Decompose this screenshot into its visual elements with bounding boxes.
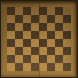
square-r5c2[interactable] bbox=[23, 47, 31, 55]
square-r4c6[interactable] bbox=[55, 39, 63, 47]
square-r5c4[interactable] bbox=[39, 47, 47, 55]
square-r7c6[interactable] bbox=[55, 63, 63, 71]
square-r3c1[interactable] bbox=[15, 31, 23, 39]
square-r5c5[interactable] bbox=[47, 47, 55, 55]
square-r1c5[interactable] bbox=[47, 15, 55, 23]
square-r0c0[interactable] bbox=[7, 7, 15, 15]
square-r2c7[interactable] bbox=[63, 23, 71, 31]
square-r2c3[interactable] bbox=[31, 23, 39, 31]
square-r7c3[interactable] bbox=[31, 63, 39, 71]
square-r4c4[interactable] bbox=[39, 39, 47, 47]
square-r3c7[interactable] bbox=[63, 31, 71, 39]
square-r3c5[interactable] bbox=[47, 31, 55, 39]
square-r3c3[interactable] bbox=[31, 31, 39, 39]
square-r2c6[interactable] bbox=[55, 23, 63, 31]
square-r7c5[interactable] bbox=[47, 63, 55, 71]
square-r6c0[interactable] bbox=[7, 55, 15, 63]
square-r7c4[interactable] bbox=[39, 63, 47, 71]
square-r0c3[interactable] bbox=[31, 7, 39, 15]
square-r1c0[interactable] bbox=[7, 15, 15, 23]
square-r1c6[interactable] bbox=[55, 15, 63, 23]
square-r2c1[interactable] bbox=[15, 23, 23, 31]
square-r0c7[interactable] bbox=[63, 7, 71, 15]
square-r5c6[interactable] bbox=[55, 47, 63, 55]
square-r4c0[interactable] bbox=[7, 39, 15, 47]
square-r6c6[interactable] bbox=[55, 55, 63, 63]
square-r0c2[interactable] bbox=[23, 7, 31, 15]
square-r7c2[interactable] bbox=[23, 63, 31, 71]
square-r6c4[interactable] bbox=[39, 55, 47, 63]
square-r1c3[interactable] bbox=[31, 15, 39, 23]
square-r7c0[interactable] bbox=[7, 63, 15, 71]
square-r5c3[interactable] bbox=[31, 47, 39, 55]
square-r4c7[interactable] bbox=[63, 39, 71, 47]
square-r4c1[interactable] bbox=[15, 39, 23, 47]
square-r7c1[interactable] bbox=[15, 63, 23, 71]
square-r5c0[interactable] bbox=[7, 47, 15, 55]
square-r0c5[interactable] bbox=[47, 7, 55, 15]
square-r3c2[interactable] bbox=[23, 31, 31, 39]
square-r2c4[interactable] bbox=[39, 23, 47, 31]
square-r1c2[interactable] bbox=[23, 15, 31, 23]
game-board bbox=[0, 0, 78, 78]
square-r6c2[interactable] bbox=[23, 55, 31, 63]
square-r1c7[interactable] bbox=[63, 15, 71, 23]
square-r0c6[interactable] bbox=[55, 7, 63, 15]
square-r2c0[interactable] bbox=[7, 23, 15, 31]
square-r2c2[interactable] bbox=[23, 23, 31, 31]
square-r3c4[interactable] bbox=[39, 31, 47, 39]
square-r1c4[interactable] bbox=[39, 15, 47, 23]
square-r5c7[interactable] bbox=[63, 47, 71, 55]
square-r6c3[interactable] bbox=[31, 55, 39, 63]
square-r1c1[interactable] bbox=[15, 15, 23, 23]
square-r4c3[interactable] bbox=[31, 39, 39, 47]
square-r3c6[interactable] bbox=[55, 31, 63, 39]
square-r0c4[interactable] bbox=[39, 7, 47, 15]
square-r6c1[interactable] bbox=[15, 55, 23, 63]
square-r3c0[interactable] bbox=[7, 31, 15, 39]
square-r6c7[interactable] bbox=[63, 55, 71, 63]
square-r6c5[interactable] bbox=[47, 55, 55, 63]
square-r7c7[interactable] bbox=[63, 63, 71, 71]
square-r0c1[interactable] bbox=[15, 7, 23, 15]
square-r2c5[interactable] bbox=[47, 23, 55, 31]
board-grid bbox=[7, 7, 71, 71]
square-r5c1[interactable] bbox=[15, 47, 23, 55]
square-r4c5[interactable] bbox=[47, 39, 55, 47]
square-r4c2[interactable] bbox=[23, 39, 31, 47]
